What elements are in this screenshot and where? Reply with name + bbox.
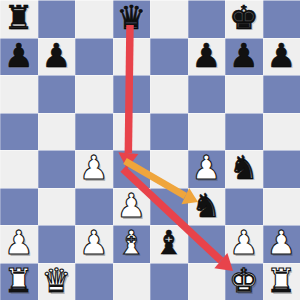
square-h4[interactable]	[263, 150, 301, 188]
square-e5[interactable]	[150, 113, 188, 151]
piece-black-knight[interactable]: ♞	[191, 189, 221, 222]
square-a4[interactable]	[0, 150, 38, 188]
piece-black-rook[interactable]: ♜	[4, 1, 34, 34]
square-f6[interactable]	[188, 75, 226, 113]
piece-white-pawn[interactable]: ♟	[266, 226, 296, 259]
square-b5[interactable]	[38, 113, 76, 151]
square-e8[interactable]	[150, 0, 188, 38]
piece-white-pawn[interactable]: ♟	[229, 226, 259, 259]
square-f4[interactable]: ♟	[188, 150, 226, 188]
square-a1[interactable]: ♜	[0, 263, 38, 300]
square-h2[interactable]: ♟	[263, 225, 301, 263]
square-e3[interactable]	[150, 188, 188, 226]
piece-white-bishop[interactable]: ♝	[116, 226, 146, 259]
square-h5[interactable]	[263, 113, 301, 151]
piece-black-pawn[interactable]: ♟	[4, 39, 34, 72]
square-h6[interactable]	[263, 75, 301, 113]
piece-black-king[interactable]: ♚	[229, 1, 259, 34]
square-c1[interactable]	[75, 263, 113, 300]
square-b8[interactable]	[38, 0, 76, 38]
square-d3[interactable]: ♟	[113, 188, 151, 226]
square-b6[interactable]	[38, 75, 76, 113]
square-h7[interactable]: ♟	[263, 38, 301, 76]
square-e7[interactable]	[150, 38, 188, 76]
square-e1[interactable]	[150, 263, 188, 300]
chess-board[interactable]: ♜♛♚♟♟♟♟♟♟♟♞♟♞♟♟♝♝♟♟♜♛♚♜	[0, 0, 300, 300]
piece-black-queen[interactable]: ♛	[116, 1, 146, 34]
piece-white-pawn[interactable]: ♟	[4, 226, 34, 259]
square-a6[interactable]	[0, 75, 38, 113]
piece-black-pawn[interactable]: ♟	[191, 39, 221, 72]
piece-black-pawn[interactable]: ♟	[229, 39, 259, 72]
square-g7[interactable]: ♟	[225, 38, 263, 76]
square-b1[interactable]: ♛	[38, 263, 76, 300]
square-d1[interactable]	[113, 263, 151, 300]
piece-black-knight[interactable]: ♞	[229, 151, 259, 184]
square-g3[interactable]	[225, 188, 263, 226]
square-d7[interactable]	[113, 38, 151, 76]
piece-white-pawn[interactable]: ♟	[191, 151, 221, 184]
piece-white-rook[interactable]: ♜	[4, 264, 34, 297]
square-c2[interactable]: ♟	[75, 225, 113, 263]
piece-white-pawn[interactable]: ♟	[116, 189, 146, 222]
square-d8[interactable]: ♛	[113, 0, 151, 38]
square-c7[interactable]	[75, 38, 113, 76]
square-b2[interactable]	[38, 225, 76, 263]
square-e6[interactable]	[150, 75, 188, 113]
piece-white-rook[interactable]: ♜	[266, 264, 296, 297]
piece-white-pawn[interactable]: ♟	[79, 226, 109, 259]
square-d5[interactable]	[113, 113, 151, 151]
square-b4[interactable]	[38, 150, 76, 188]
piece-white-king[interactable]: ♚	[229, 264, 259, 297]
square-e2[interactable]: ♝	[150, 225, 188, 263]
square-g6[interactable]	[225, 75, 263, 113]
square-f5[interactable]	[188, 113, 226, 151]
square-c6[interactable]	[75, 75, 113, 113]
square-g4[interactable]: ♞	[225, 150, 263, 188]
piece-black-pawn[interactable]: ♟	[41, 39, 71, 72]
square-d4[interactable]	[113, 150, 151, 188]
square-a7[interactable]: ♟	[0, 38, 38, 76]
square-d2[interactable]: ♝	[113, 225, 151, 263]
square-h8[interactable]	[263, 0, 301, 38]
square-f2[interactable]	[188, 225, 226, 263]
square-c3[interactable]	[75, 188, 113, 226]
square-b3[interactable]	[38, 188, 76, 226]
square-g2[interactable]: ♟	[225, 225, 263, 263]
square-c5[interactable]	[75, 113, 113, 151]
square-a5[interactable]	[0, 113, 38, 151]
square-d6[interactable]	[113, 75, 151, 113]
square-a8[interactable]: ♜	[0, 0, 38, 38]
square-f7[interactable]: ♟	[188, 38, 226, 76]
piece-white-pawn[interactable]: ♟	[79, 151, 109, 184]
square-e4[interactable]	[150, 150, 188, 188]
square-g8[interactable]: ♚	[225, 0, 263, 38]
piece-black-pawn[interactable]: ♟	[266, 39, 296, 72]
square-g1[interactable]: ♚	[225, 263, 263, 300]
square-b7[interactable]: ♟	[38, 38, 76, 76]
piece-black-bishop[interactable]: ♝	[154, 226, 184, 259]
square-c8[interactable]	[75, 0, 113, 38]
square-f1[interactable]	[188, 263, 226, 300]
square-h3[interactable]	[263, 188, 301, 226]
square-a3[interactable]	[0, 188, 38, 226]
square-f3[interactable]: ♞	[188, 188, 226, 226]
piece-white-queen[interactable]: ♛	[41, 264, 71, 297]
square-f8[interactable]	[188, 0, 226, 38]
square-a2[interactable]: ♟	[0, 225, 38, 263]
square-h1[interactable]: ♜	[263, 263, 301, 300]
square-g5[interactable]	[225, 113, 263, 151]
square-c4[interactable]: ♟	[75, 150, 113, 188]
